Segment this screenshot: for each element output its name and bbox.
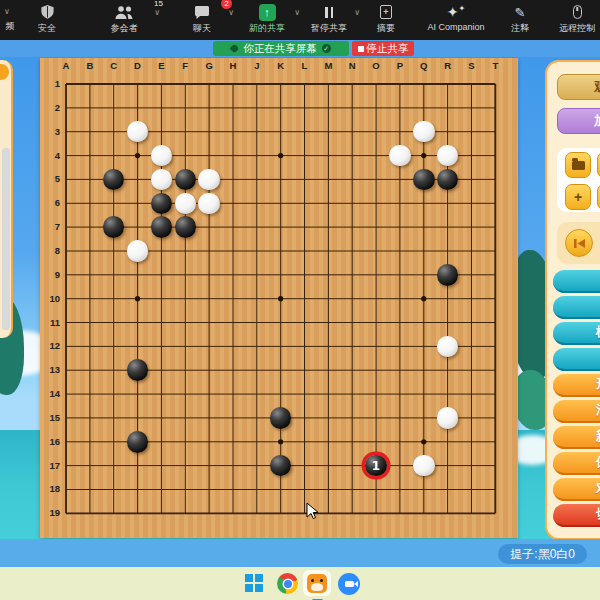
share-status-bar: 你正在共享屏幕 ✓ 停止共享 [0, 40, 600, 57]
watch-video-button[interactable]: 观看视频 [557, 74, 600, 100]
stone-white-Q3 [413, 121, 435, 143]
row-label-11: 11 [40, 317, 60, 328]
chrome-app-button[interactable] [277, 573, 298, 594]
stone-black-F7 [175, 216, 197, 238]
chat-icon: 2 [180, 3, 224, 21]
row-label-3: 3 [40, 126, 60, 137]
remote-control-button[interactable]: 远程控制 [554, 3, 600, 37]
meeting-toolbar: ∨ 频 安全 15 参会者 ∨ 2 聊天 ∨ ↑ 新的共享 ∨ 暂停共享 ∨ +… [0, 0, 600, 40]
stone-black-D16 [127, 431, 149, 453]
stone-white-Q17 [413, 455, 435, 477]
new-share-button[interactable]: ↑ 新的共享 ∨ [240, 3, 294, 37]
col-label-F: F [177, 60, 193, 71]
zoom-app-button[interactable] [338, 573, 360, 595]
go-app-button[interactable] [303, 570, 331, 596]
participants-button[interactable]: 15 参会者 ∨ [96, 3, 152, 37]
col-label-S: S [463, 60, 479, 71]
panel-button-8[interactable]: 保存棋谱 [553, 452, 600, 475]
row-label-1: 1 [40, 78, 60, 89]
row-label-6: 6 [40, 197, 60, 208]
stone-black-F5 [175, 169, 197, 191]
row-label-2: 2 [40, 102, 60, 113]
security-button[interactable]: 安全 [28, 3, 66, 37]
summary-doc-icon: + [380, 5, 392, 19]
col-label-C: C [106, 60, 122, 71]
col-label-M: M [320, 60, 336, 71]
row-label-18: 18 [40, 483, 60, 494]
last-move-number: 1 [372, 459, 380, 473]
mouse-icon [573, 5, 582, 19]
chat-button[interactable]: 2 聊天 ∨ [180, 3, 224, 37]
row-label-9: 9 [40, 269, 60, 280]
col-label-A: A [58, 60, 74, 71]
panel-button-7[interactable]: 新建棋局 [553, 426, 600, 449]
row-label-13: 13 [40, 364, 60, 375]
sharing-text: 你正在共享屏幕 [243, 42, 317, 56]
chevron-down-icon[interactable]: ∨ [228, 8, 234, 17]
file-tools-card: + [557, 148, 600, 212]
windows-logo-icon [245, 574, 263, 592]
stone-black-E6 [151, 193, 173, 215]
panel-button-6[interactable]: 清空棋盘 [553, 400, 600, 423]
chrome-icon [277, 573, 298, 594]
row-label-8: 8 [40, 245, 60, 256]
stone-white-R15 [437, 407, 459, 429]
pause-icon [303, 3, 355, 21]
col-label-D: D [130, 60, 146, 71]
col-label-K: K [273, 60, 289, 71]
col-label-H: H [225, 60, 241, 71]
app-status-bar: 提子:黑0白0 [0, 539, 600, 567]
stone-black-R9 [437, 264, 459, 286]
open-folder-button[interactable] [565, 152, 591, 178]
stone-black-Q5 [413, 169, 435, 191]
leaf-icon [230, 44, 240, 54]
stone-white-P4 [389, 145, 411, 167]
playback-card [557, 222, 600, 264]
skip-to-start-button[interactable] [565, 229, 593, 257]
row-label-16: 16 [40, 436, 60, 447]
sharing-indicator: 你正在共享屏幕 ✓ [213, 41, 349, 56]
ai-companion-button[interactable]: ✦✦ AI Companion [413, 3, 499, 37]
sparkle-icon: ✦✦ [413, 3, 499, 21]
col-label-T: T [487, 60, 503, 71]
windows-taskbar [0, 567, 600, 600]
share-up-arrow-icon: ↑ [259, 4, 276, 21]
game-control-panel: 观看视频 加载棋谱 + AI形势AI支招棋子数量AI强度形势判断清空棋盘新建棋局… [545, 60, 600, 540]
row-label-5: 5 [40, 173, 60, 184]
chevron-down-icon[interactable]: ∨ [4, 7, 10, 16]
stone-black-C7 [103, 216, 125, 238]
row-label-10: 10 [40, 293, 60, 304]
stone-black-D13 [127, 359, 149, 381]
stone-white-G5 [198, 169, 220, 191]
col-label-J: J [249, 60, 265, 71]
row-label-12: 12 [40, 340, 60, 351]
panel-button-2[interactable]: AI支招 [553, 296, 600, 319]
row-label-17: 17 [40, 460, 60, 471]
panel-button-5[interactable]: 形势判断 [553, 374, 600, 397]
zoom-icon [338, 573, 360, 595]
shield-icon [28, 3, 66, 21]
chevron-down-icon[interactable]: ∨ [354, 8, 360, 17]
pause-share-button[interactable]: 暂停共享 ∨ [303, 3, 355, 37]
col-label-R: R [440, 60, 456, 71]
panel-button-partial[interactable] [0, 64, 9, 80]
stone-white-E5 [151, 169, 173, 191]
col-label-B: B [82, 60, 98, 71]
stop-share-button[interactable]: 停止共享 [352, 41, 414, 56]
panel-button-3[interactable]: 棋子数量 [553, 322, 600, 345]
col-label-E: E [153, 60, 169, 71]
col-label-L: L [297, 60, 313, 71]
stone-black-K15 [270, 407, 292, 429]
go-board[interactable]: ABCDEFGHJKLMNOPQRST123456789101112131415… [40, 58, 518, 538]
panel-button-1[interactable]: AI形势 [553, 270, 600, 293]
left-panel-edge [0, 60, 13, 338]
stop-square-icon [358, 46, 364, 52]
annotate-button[interactable]: ✎ 注释 [503, 3, 537, 37]
capture-count: 提子:黑0白0 [498, 544, 587, 564]
row-label-19: 19 [40, 507, 60, 518]
video-button-partial[interactable]: ∨ 频 [0, 3, 20, 37]
row-label-14: 14 [40, 388, 60, 399]
row-label-7: 7 [40, 221, 60, 232]
col-label-N: N [344, 60, 360, 71]
add-button[interactable]: + [565, 184, 591, 210]
folder-icon [572, 161, 585, 170]
pencil-icon: ✎ [503, 3, 537, 21]
mouse-cursor [306, 502, 319, 524]
stone-black-E7 [151, 216, 173, 238]
stone-black-O17: 1 [365, 455, 387, 477]
stone-white-D8 [127, 240, 149, 262]
load-kifu-button[interactable]: 加载棋谱 [557, 108, 600, 134]
chevron-down-icon[interactable]: ∨ [294, 8, 300, 17]
col-label-P: P [392, 60, 408, 71]
row-label-4: 4 [40, 150, 60, 161]
start-button[interactable] [245, 574, 263, 592]
participants-icon: 15 [96, 3, 152, 21]
col-label-G: G [201, 60, 217, 71]
chevron-down-icon[interactable]: ∨ [154, 8, 160, 17]
participant-count: 15 [154, 0, 163, 8]
summary-button[interactable]: + 摘要 [368, 3, 404, 37]
panel-button-9[interactable]: 对局研究 [553, 478, 600, 501]
panel-button-10[interactable]: 切换全屏 [553, 504, 600, 527]
panel-button-4[interactable]: AI强度 [553, 348, 600, 371]
skip-start-icon [573, 238, 586, 249]
tiger-app-icon [307, 574, 327, 593]
col-label-Q: Q [416, 60, 432, 71]
row-label-15: 15 [40, 412, 60, 423]
stone-white-F6 [175, 193, 197, 215]
stone-white-G6 [198, 193, 220, 215]
check-icon: ✓ [322, 44, 331, 53]
panel-scrollbar[interactable] [2, 148, 10, 330]
col-label-O: O [368, 60, 384, 71]
